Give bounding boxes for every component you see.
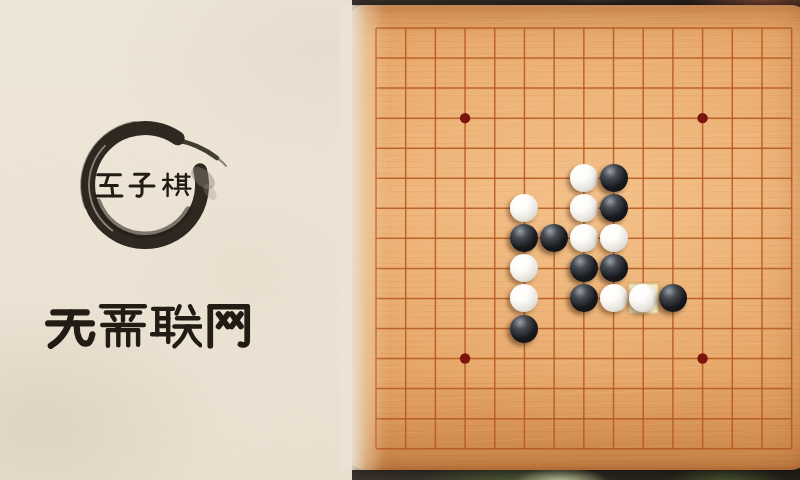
logo-char-qi	[163, 174, 190, 197]
tagline-char-wu	[44, 300, 96, 352]
left-panel	[0, 0, 352, 480]
tagline-char-lian	[150, 300, 202, 352]
gomoku-board[interactable]	[348, 5, 800, 470]
stone-white	[600, 224, 628, 252]
stone-white	[600, 284, 628, 312]
ink-circle-logo	[60, 100, 230, 270]
tagline-calligraphy	[44, 300, 255, 352]
logo-char-zi	[130, 174, 154, 196]
star-point	[460, 353, 470, 363]
logo-char-wu	[96, 175, 122, 196]
star-point	[697, 113, 707, 123]
stone-black	[600, 194, 628, 222]
stone-black	[600, 254, 628, 282]
star-point	[460, 113, 470, 123]
stone-white	[570, 194, 598, 222]
stone-white	[570, 224, 598, 252]
stone-white	[570, 164, 598, 192]
app-screen: { "game": "gomoku", "left_panel": { "log…	[0, 0, 800, 480]
star-point	[697, 353, 707, 363]
stone-black	[510, 315, 538, 343]
tagline-char-xu	[97, 300, 149, 352]
tagline-char-wang	[203, 300, 255, 352]
app-logo	[60, 100, 230, 270]
stone-black	[600, 164, 628, 192]
